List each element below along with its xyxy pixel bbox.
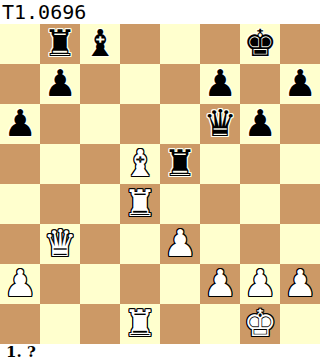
square-d4[interactable]: ♜ <box>120 184 160 224</box>
square-h4[interactable] <box>280 184 320 224</box>
puzzle-title: T1.0696 <box>0 0 320 24</box>
square-h8[interactable] <box>280 24 320 64</box>
square-c6[interactable] <box>80 104 120 144</box>
square-a5[interactable] <box>0 144 40 184</box>
square-g6[interactable]: ♟ <box>240 104 280 144</box>
square-c8[interactable]: ♝ <box>80 24 120 64</box>
square-a7[interactable] <box>0 64 40 104</box>
square-c7[interactable] <box>80 64 120 104</box>
square-d8[interactable] <box>120 24 160 64</box>
square-b2[interactable] <box>40 264 80 304</box>
black-rook-b8[interactable]: ♜ <box>43 24 76 64</box>
white-rook-d4[interactable]: ♜ <box>123 184 156 224</box>
black-pawn-g6[interactable]: ♟ <box>243 104 276 144</box>
square-d3[interactable] <box>120 224 160 264</box>
square-b6[interactable] <box>40 104 80 144</box>
move-prompt: 1. ? <box>0 344 320 360</box>
square-c1[interactable] <box>80 304 120 344</box>
square-g8[interactable]: ♚ <box>240 24 280 64</box>
black-pawn-f7[interactable]: ♟ <box>203 64 236 104</box>
white-pawn-f2[interactable]: ♟ <box>203 264 236 304</box>
square-f7[interactable]: ♟ <box>200 64 240 104</box>
black-bishop-c8[interactable]: ♝ <box>83 24 116 64</box>
square-a4[interactable] <box>0 184 40 224</box>
square-f8[interactable] <box>200 24 240 64</box>
square-a1[interactable] <box>0 304 40 344</box>
square-e4[interactable] <box>160 184 200 224</box>
square-b5[interactable] <box>40 144 80 184</box>
square-f3[interactable] <box>200 224 240 264</box>
chess-board: ♜♝♚♟♟♟♟♛♟♝♜♜♛♟♟♟♟♟♜♚ <box>0 24 320 344</box>
square-a2[interactable]: ♟ <box>0 264 40 304</box>
square-h7[interactable]: ♟ <box>280 64 320 104</box>
square-f6[interactable]: ♛ <box>200 104 240 144</box>
black-king-g8[interactable]: ♚ <box>243 24 276 64</box>
square-d7[interactable] <box>120 64 160 104</box>
black-pawn-a6[interactable]: ♟ <box>3 104 36 144</box>
black-rook-e5[interactable]: ♜ <box>163 144 196 184</box>
square-a3[interactable] <box>0 224 40 264</box>
square-c5[interactable] <box>80 144 120 184</box>
square-c3[interactable] <box>80 224 120 264</box>
black-queen-f6[interactable]: ♛ <box>203 104 236 144</box>
square-h1[interactable] <box>280 304 320 344</box>
white-bishop-d5[interactable]: ♝ <box>123 144 156 184</box>
black-pawn-b7[interactable]: ♟ <box>43 64 76 104</box>
square-g1[interactable]: ♚ <box>240 304 280 344</box>
white-queen-b3[interactable]: ♛ <box>43 224 76 264</box>
square-d1[interactable]: ♜ <box>120 304 160 344</box>
square-f1[interactable] <box>200 304 240 344</box>
square-b8[interactable]: ♜ <box>40 24 80 64</box>
square-d5[interactable]: ♝ <box>120 144 160 184</box>
white-rook-d1[interactable]: ♜ <box>123 304 156 344</box>
white-pawn-a2[interactable]: ♟ <box>3 264 36 304</box>
square-e6[interactable] <box>160 104 200 144</box>
square-g4[interactable] <box>240 184 280 224</box>
square-g3[interactable] <box>240 224 280 264</box>
square-g7[interactable] <box>240 64 280 104</box>
square-e7[interactable] <box>160 64 200 104</box>
square-b1[interactable] <box>40 304 80 344</box>
square-f2[interactable]: ♟ <box>200 264 240 304</box>
square-a8[interactable] <box>0 24 40 64</box>
square-e8[interactable] <box>160 24 200 64</box>
square-h6[interactable] <box>280 104 320 144</box>
square-e3[interactable]: ♟ <box>160 224 200 264</box>
square-b3[interactable]: ♛ <box>40 224 80 264</box>
square-g5[interactable] <box>240 144 280 184</box>
white-pawn-g2[interactable]: ♟ <box>243 264 276 304</box>
square-h2[interactable]: ♟ <box>280 264 320 304</box>
square-b7[interactable]: ♟ <box>40 64 80 104</box>
square-e1[interactable] <box>160 304 200 344</box>
square-f5[interactable] <box>200 144 240 184</box>
square-b4[interactable] <box>40 184 80 224</box>
square-h3[interactable] <box>280 224 320 264</box>
chess-puzzle-app: T1.0696 ♜♝♚♟♟♟♟♛♟♝♜♜♛♟♟♟♟♟♜♚ 1. ? <box>0 0 320 360</box>
square-h5[interactable] <box>280 144 320 184</box>
square-c2[interactable] <box>80 264 120 304</box>
square-a6[interactable]: ♟ <box>0 104 40 144</box>
white-pawn-h2[interactable]: ♟ <box>283 264 316 304</box>
white-king-g1[interactable]: ♚ <box>243 304 276 344</box>
black-pawn-h7[interactable]: ♟ <box>283 64 316 104</box>
square-d2[interactable] <box>120 264 160 304</box>
square-g2[interactable]: ♟ <box>240 264 280 304</box>
square-e5[interactable]: ♜ <box>160 144 200 184</box>
square-f4[interactable] <box>200 184 240 224</box>
square-e2[interactable] <box>160 264 200 304</box>
square-c4[interactable] <box>80 184 120 224</box>
square-d6[interactable] <box>120 104 160 144</box>
white-pawn-e3[interactable]: ♟ <box>163 224 196 264</box>
